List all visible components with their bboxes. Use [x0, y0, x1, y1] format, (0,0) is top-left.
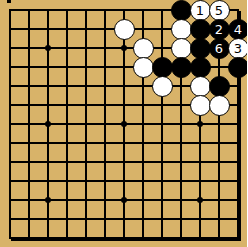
stone-black: 2 [209, 19, 230, 40]
stone-white [171, 19, 192, 40]
star-point [121, 45, 127, 51]
stone-white [152, 76, 173, 97]
stone-white [133, 57, 154, 78]
move-number-label: 6 [215, 42, 223, 55]
move-number-label: 1 [196, 4, 204, 17]
move-number-label: 2 [215, 23, 223, 36]
move-number-label: 4 [234, 23, 242, 36]
stone-black [171, 0, 192, 21]
stone-black: 6 [209, 38, 230, 59]
stone-white [190, 95, 211, 116]
stone-black [190, 38, 211, 59]
stone-black: 4 [228, 19, 248, 40]
stone-black [152, 57, 173, 78]
stone-white [209, 95, 230, 116]
stone-black [190, 19, 211, 40]
stone-black [190, 57, 211, 78]
go-board[interactable]: 152463 [0, 0, 247, 247]
stone-white [133, 38, 154, 59]
stone-white: 3 [228, 38, 248, 59]
stone-white [190, 76, 211, 97]
stone-black [228, 57, 248, 78]
move-number-label: 5 [215, 4, 223, 17]
star-point [121, 121, 127, 127]
stone-black [171, 57, 192, 78]
stone-white: 1 [190, 0, 211, 21]
star-point [45, 197, 51, 203]
stone-white: 5 [209, 0, 230, 21]
board-intersections[interactable]: 152463 [1, 1, 248, 247]
star-point [121, 197, 127, 203]
star-point [197, 121, 203, 127]
star-point [197, 197, 203, 203]
star-point [45, 121, 51, 127]
star-point [45, 45, 51, 51]
stone-white [114, 19, 135, 40]
move-number-label: 3 [234, 42, 242, 55]
stone-black [209, 76, 230, 97]
stone-white [171, 38, 192, 59]
